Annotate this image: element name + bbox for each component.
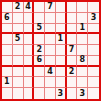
cell-r1c9[interactable] [88, 2, 99, 13]
cell-r6c5[interactable] [45, 56, 56, 67]
cell-r2c5[interactable] [45, 13, 56, 24]
cell-r7c9[interactable] [88, 67, 99, 78]
cell-r9c9[interactable] [88, 88, 99, 99]
cell-r1c7[interactable] [67, 2, 78, 13]
cell-r4c4[interactable] [34, 34, 45, 45]
cell-r2c2[interactable] [13, 13, 24, 24]
cell-r3c8[interactable]: 1 [77, 24, 88, 35]
cell-r4c3[interactable] [24, 34, 35, 45]
cell-r3c9[interactable] [88, 24, 99, 35]
cell-r2c8[interactable] [77, 13, 88, 24]
cell-r5c6[interactable] [56, 45, 67, 56]
cell-r9c8[interactable]: 3 [77, 88, 88, 99]
cell-r1c8[interactable] [77, 2, 88, 13]
cell-r4c9[interactable] [88, 34, 99, 45]
cell-r6c4[interactable]: 6 [34, 56, 45, 67]
sudoku-board: 247635151276842133 [0, 0, 101, 101]
cell-r9c7[interactable] [67, 88, 78, 99]
cell-r9c6[interactable]: 3 [56, 88, 67, 99]
cell-r1c1[interactable] [2, 2, 13, 13]
cell-r6c2[interactable] [13, 56, 24, 67]
cell-r6c7[interactable] [67, 56, 78, 67]
cell-r5c3[interactable] [24, 45, 35, 56]
cell-r3c1[interactable] [2, 24, 13, 35]
cell-r8c2[interactable] [13, 77, 24, 88]
cell-r9c1[interactable] [2, 88, 13, 99]
cell-r2c1[interactable]: 6 [2, 13, 13, 24]
cell-r1c4[interactable] [34, 2, 45, 13]
cell-r1c5[interactable]: 7 [45, 2, 56, 13]
cell-r2c7[interactable] [67, 13, 78, 24]
cell-r7c7[interactable]: 2 [67, 67, 78, 78]
cell-r6c3[interactable] [24, 56, 35, 67]
cell-r2c9[interactable]: 3 [88, 13, 99, 24]
cell-r5c7[interactable]: 7 [67, 45, 78, 56]
cell-r2c6[interactable] [56, 13, 67, 24]
cell-r3c5[interactable] [45, 24, 56, 35]
cell-r9c3[interactable] [24, 88, 35, 99]
cell-r7c1[interactable] [2, 67, 13, 78]
cell-r3c7[interactable] [67, 24, 78, 35]
cell-r2c3[interactable] [24, 13, 35, 24]
cell-r6c6[interactable] [56, 56, 67, 67]
cell-r7c6[interactable] [56, 67, 67, 78]
cell-r2c4[interactable] [34, 13, 45, 24]
cell-r9c5[interactable] [45, 88, 56, 99]
cell-r5c2[interactable] [13, 45, 24, 56]
cell-r3c3[interactable] [24, 24, 35, 35]
cell-r1c3[interactable]: 4 [24, 2, 35, 13]
cell-r8c1[interactable]: 1 [2, 77, 13, 88]
cell-r9c4[interactable] [34, 88, 45, 99]
cell-r4c8[interactable] [77, 34, 88, 45]
cell-r8c3[interactable] [24, 77, 35, 88]
cell-r5c1[interactable] [2, 45, 13, 56]
cell-r7c4[interactable] [34, 67, 45, 78]
cell-r7c3[interactable] [24, 67, 35, 78]
cell-r5c8[interactable] [77, 45, 88, 56]
cell-r4c2[interactable]: 5 [13, 34, 24, 45]
cell-r8c8[interactable] [77, 77, 88, 88]
cell-r8c5[interactable] [45, 77, 56, 88]
cell-r3c6[interactable] [56, 24, 67, 35]
cell-r7c5[interactable]: 4 [45, 67, 56, 78]
cell-r8c7[interactable] [67, 77, 78, 88]
cell-r4c6[interactable]: 1 [56, 34, 67, 45]
cell-r8c9[interactable] [88, 77, 99, 88]
cell-r4c7[interactable] [67, 34, 78, 45]
cell-r6c8[interactable]: 8 [77, 56, 88, 67]
cell-r1c6[interactable] [56, 2, 67, 13]
cell-r5c9[interactable] [88, 45, 99, 56]
cell-r6c1[interactable] [2, 56, 13, 67]
cell-r4c5[interactable] [45, 34, 56, 45]
cell-r4c1[interactable] [2, 34, 13, 45]
cell-r7c2[interactable] [13, 67, 24, 78]
cell-r9c2[interactable] [13, 88, 24, 99]
cell-r3c2[interactable] [13, 24, 24, 35]
cell-r5c5[interactable] [45, 45, 56, 56]
cell-r5c4[interactable]: 2 [34, 45, 45, 56]
cell-r8c6[interactable] [56, 77, 67, 88]
cell-r7c8[interactable] [77, 67, 88, 78]
cell-r6c9[interactable] [88, 56, 99, 67]
cell-r8c4[interactable] [34, 77, 45, 88]
cell-r3c4[interactable]: 5 [34, 24, 45, 35]
cell-r1c2[interactable]: 2 [13, 2, 24, 13]
